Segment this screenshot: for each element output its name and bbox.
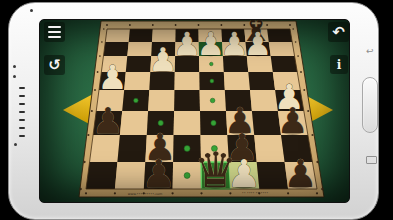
frame-screw [297,55,299,57]
square-d4[interactable] [174,90,200,111]
frame-screw [106,24,108,26]
square-b5[interactable] [124,72,150,90]
square-g5[interactable] [248,72,275,90]
frame-screw [83,161,85,163]
piece-black-pawn-h3[interactable]: ♟ [277,100,309,141]
frame-screw [295,41,297,43]
move-dot-b4[interactable] [134,98,139,103]
square-c4[interactable] [148,90,174,111]
info-button[interactable]: i [330,55,348,74]
piece-white-pawn-c6[interactable]: ♟ [148,41,177,79]
piece-black-pawn-h1[interactable]: ♟ [283,151,317,196]
back-key-icon: ↩ [366,47,374,56]
frame-screw [85,192,87,194]
menu-bar [48,31,61,33]
frame-screw [101,41,103,43]
piece-black-pawn-c1[interactable]: ♟ [142,151,176,196]
square-a7[interactable] [104,42,129,56]
game-screen: www.•••••••••.com•• •••• •• ••••♝♟♟♟♟♟♟♟… [39,19,350,203]
frame-screw [321,188,323,190]
menu-button[interactable] [44,22,65,42]
frame-screw [87,134,89,136]
phone-frame: ↩ www.•••••••••.com•• •••• •• ••••♝♟♟♟♟♟… [8,2,379,220]
piece-white-pawn-g7[interactable]: ♟ [244,25,273,63]
menu-bar [48,36,61,38]
frame-screw [129,24,131,26]
square-d3[interactable] [174,111,201,135]
frame-screw [94,89,96,91]
frame-screw [99,55,101,57]
speaker-grille [19,87,26,137]
piece-white-pawn-a5[interactable]: ♟ [98,58,128,97]
move-dot-e3[interactable] [211,120,216,125]
move-dot-d1[interactable] [184,173,190,179]
move-dot-e5[interactable] [210,79,214,83]
front-camera-dot [30,9,33,12]
square-f5[interactable] [224,72,250,90]
frame-screw [79,188,81,190]
square-h6[interactable] [271,56,298,72]
home-button [362,77,378,133]
move-dot-e4[interactable] [210,98,215,103]
chess-board-3d[interactable]: www.•••••••••.com•• •••• •• ••••♝♟♟♟♟♟♟♟… [40,20,349,202]
rotate-icon: ↺ [48,56,61,74]
frame-screw [289,24,291,26]
info-icon: i [337,58,342,72]
rotate-board-button[interactable]: ↺ [44,55,65,75]
frame-screw [311,134,313,136]
sensor-dot [13,75,16,78]
sensor-dot [13,65,16,68]
square-d5[interactable] [175,72,200,90]
frame-screw [103,28,105,30]
square-a1[interactable] [86,162,117,189]
square-a8[interactable] [105,29,130,42]
undo-icon: ↶ [332,23,345,41]
move-dot-d2[interactable] [184,146,190,152]
menu-bar [48,26,61,28]
frame-screw [300,71,302,73]
sensor-dot [14,143,17,146]
piece-white-pawn-f1[interactable]: ♟ [227,151,261,196]
undo-move-button[interactable]: ↶ [328,22,349,42]
frame-screw [152,24,154,26]
piece-black-pawn-a3[interactable]: ♟ [92,100,124,141]
frame-screw [292,28,294,30]
recent-apps-key-icon [366,156,377,164]
frame-screw [114,192,116,194]
screenshot-stage: ↩ www.•••••••••.com•• •••• •• ••••♝♟♟♟♟♟… [0,0,393,220]
